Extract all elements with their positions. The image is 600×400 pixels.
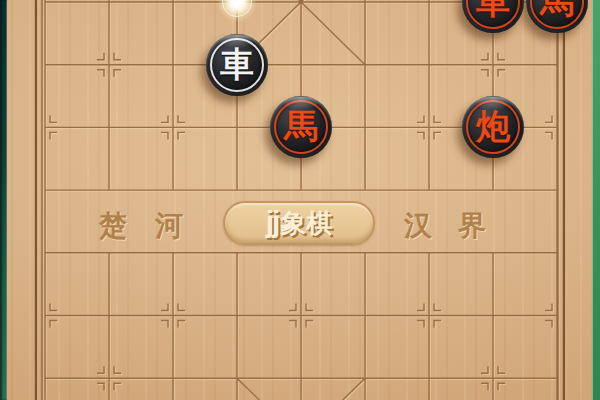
piece-glyph: 馬 [284, 109, 318, 145]
xiangqi-game-screen: 楚 河 jj 象棋 汉 界 車 馬 車 馬 [0, 0, 600, 400]
piece-glyph: 馬 [540, 0, 574, 20]
logo-jj-text: jj [266, 205, 279, 242]
piece-red-horse-e4[interactable]: 馬 [270, 96, 332, 158]
last-move-glow-indicator [217, 0, 257, 22]
piece-shine [215, 35, 259, 48]
piece-black-chariot-d3[interactable]: 車 [206, 34, 268, 96]
right-green-edge [592, 0, 600, 400]
river-label-han-jie: 汉 界 [404, 207, 486, 245]
piece-red-cannon-h4[interactable]: 炮 [462, 96, 524, 158]
piece-glyph: 炮 [476, 109, 510, 145]
jj-xiangqi-logo: jj 象棋 [223, 201, 375, 245]
river-char: 楚 [99, 207, 127, 245]
river-label-chu-he: 楚 河 [99, 207, 183, 245]
logo-brand-text: 象棋 [280, 206, 332, 241]
river-char: 界 [458, 207, 486, 245]
piece-glyph: 車 [220, 47, 254, 83]
river-char: 河 [155, 207, 183, 245]
left-green-edge [0, 0, 7, 400]
board-grid[interactable] [0, 0, 600, 400]
river-char: 汉 [404, 207, 432, 245]
piece-glyph: 車 [476, 0, 510, 20]
